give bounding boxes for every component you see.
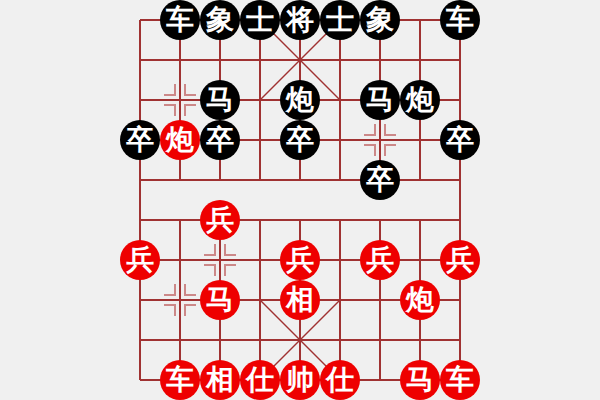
piece-black-cannon[interactable]: 炮	[280, 80, 320, 120]
intersection-c0-r0[interactable]	[120, 0, 160, 40]
intersection-c2-r9[interactable]: 相	[200, 360, 240, 400]
intersection-c3-r2[interactable]	[240, 80, 280, 120]
piece-black-soldier[interactable]: 卒	[280, 120, 320, 160]
intersection-c2-r0[interactable]: 象	[200, 0, 240, 40]
intersection-c4-r6[interactable]: 兵	[280, 240, 320, 280]
intersection-c7-r6[interactable]	[400, 240, 440, 280]
intersection-c2-r8[interactable]	[200, 320, 240, 360]
intersection-c5-r3[interactable]	[320, 120, 360, 160]
intersection-c8-r4[interactable]	[440, 160, 480, 200]
piece-red-horse[interactable]: 马	[200, 280, 240, 320]
intersection-c4-r4[interactable]	[280, 160, 320, 200]
xiangqi-board: 车象士将士象车马炮马炮卒炮卒卒卒卒兵兵兵兵兵马相炮车相仕帅仕马车	[0, 0, 600, 400]
point-marker-corner	[364, 144, 376, 156]
intersection-c6-r6[interactable]: 兵	[360, 240, 400, 280]
intersection-c5-r0[interactable]: 士	[320, 0, 360, 40]
piece-red-general[interactable]: 帅	[280, 360, 320, 400]
piece-red-cannon[interactable]: 炮	[160, 120, 200, 160]
intersection-c1-r0[interactable]: 车	[160, 0, 200, 40]
intersection-c2-r2[interactable]: 马	[200, 80, 240, 120]
piece-black-soldier[interactable]: 卒	[440, 120, 480, 160]
point-marker-corner	[184, 284, 196, 296]
intersection-c0-r2[interactable]	[120, 80, 160, 120]
intersection-c4-r0[interactable]: 将	[280, 0, 320, 40]
intersection-c6-r7[interactable]	[360, 280, 400, 320]
intersection-c7-r2[interactable]: 炮	[400, 80, 440, 120]
piece-black-elephant[interactable]: 象	[200, 0, 240, 40]
intersection-c8-r7[interactable]	[440, 280, 480, 320]
intersection-c4-r3[interactable]: 卒	[280, 120, 320, 160]
intersection-c0-r8[interactable]	[120, 320, 160, 360]
point-marker-corner	[164, 104, 176, 116]
piece-black-horse[interactable]: 马	[200, 80, 240, 120]
point-marker	[164, 284, 196, 316]
point-marker-corner	[184, 104, 196, 116]
piece-black-advisor[interactable]: 士	[320, 0, 360, 40]
intersection-c7-r9[interactable]: 马	[400, 360, 440, 400]
point-marker-corner	[224, 244, 236, 256]
piece-red-cannon[interactable]: 炮	[400, 280, 440, 320]
piece-black-soldier[interactable]: 卒	[360, 160, 400, 200]
intersection-c6-r1[interactable]	[360, 40, 400, 80]
intersection-c2-r4[interactable]	[200, 160, 240, 200]
intersection-c3-r9[interactable]: 仕	[240, 360, 280, 400]
point-marker	[164, 84, 196, 116]
intersection-c2-r5[interactable]: 兵	[200, 200, 240, 240]
piece-red-chariot[interactable]: 车	[160, 360, 200, 400]
intersection-c1-r9[interactable]: 车	[160, 360, 200, 400]
piece-red-chariot[interactable]: 车	[440, 360, 480, 400]
intersection-c7-r5[interactable]	[400, 200, 440, 240]
intersection-c5-r8[interactable]	[320, 320, 360, 360]
intersection-c1-r8[interactable]	[160, 320, 200, 360]
piece-red-horse[interactable]: 马	[400, 360, 440, 400]
intersection-c3-r1[interactable]	[240, 40, 280, 80]
piece-red-soldier[interactable]: 兵	[440, 240, 480, 280]
intersection-c7-r0[interactable]	[400, 0, 440, 40]
point-marker-corner	[184, 304, 196, 316]
intersection-c4-r8[interactable]	[280, 320, 320, 360]
intersection-c5-r4[interactable]	[320, 160, 360, 200]
intersection-c4-r5[interactable]	[280, 200, 320, 240]
point-marker-corner	[384, 144, 396, 156]
intersection-c7-r8[interactable]	[400, 320, 440, 360]
intersection-c2-r3[interactable]: 卒	[200, 120, 240, 160]
piece-red-soldier[interactable]: 兵	[120, 240, 160, 280]
intersection-c1-r7[interactable]	[160, 280, 200, 320]
intersection-c1-r5[interactable]	[160, 200, 200, 240]
intersection-c6-r2[interactable]: 马	[360, 80, 400, 120]
piece-black-elephant[interactable]: 象	[360, 0, 400, 40]
intersection-c7-r1[interactable]	[400, 40, 440, 80]
intersection-c0-r9[interactable]	[120, 360, 160, 400]
piece-red-advisor[interactable]: 仕	[240, 360, 280, 400]
piece-black-soldier[interactable]: 卒	[120, 120, 160, 160]
intersection-c6-r4[interactable]: 卒	[360, 160, 400, 200]
intersection-c3-r6[interactable]	[240, 240, 280, 280]
point-marker-corner	[364, 124, 376, 136]
intersection-c6-r0[interactable]: 象	[360, 0, 400, 40]
piece-red-soldier[interactable]: 兵	[280, 240, 320, 280]
point-marker-corner	[184, 84, 196, 96]
intersection-c8-r1[interactable]	[440, 40, 480, 80]
point-marker-corner	[164, 304, 176, 316]
point-marker-corner	[204, 264, 216, 276]
intersection-c0-r4[interactable]	[120, 160, 160, 200]
board-grid: 车象士将士象车马炮马炮卒炮卒卒卒卒兵兵兵兵兵马相炮车相仕帅仕马车	[120, 0, 480, 400]
piece-black-advisor[interactable]: 士	[240, 0, 280, 40]
intersection-c6-r5[interactable]	[360, 200, 400, 240]
point-marker	[204, 244, 236, 276]
intersection-c7-r7[interactable]: 炮	[400, 280, 440, 320]
intersection-c8-r9[interactable]: 车	[440, 360, 480, 400]
intersection-c4-r1[interactable]	[280, 40, 320, 80]
piece-black-chariot[interactable]: 车	[440, 0, 480, 40]
piece-black-general[interactable]: 将	[280, 0, 320, 40]
intersection-c2-r1[interactable]	[200, 40, 240, 80]
intersection-c1-r2[interactable]	[160, 80, 200, 120]
intersection-c0-r5[interactable]	[120, 200, 160, 240]
intersection-c3-r5[interactable]	[240, 200, 280, 240]
piece-black-chariot[interactable]: 车	[160, 0, 200, 40]
intersection-c5-r6[interactable]	[320, 240, 360, 280]
intersection-c5-r7[interactable]	[320, 280, 360, 320]
point-marker-corner	[164, 84, 176, 96]
intersection-c6-r8[interactable]	[360, 320, 400, 360]
intersection-c8-r6[interactable]: 兵	[440, 240, 480, 280]
intersection-c2-r6[interactable]	[200, 240, 240, 280]
point-marker-corner	[204, 244, 216, 256]
intersection-c4-r7[interactable]: 相	[280, 280, 320, 320]
intersection-c5-r9[interactable]: 仕	[320, 360, 360, 400]
intersection-c3-r4[interactable]	[240, 160, 280, 200]
point-marker-corner	[224, 264, 236, 276]
intersection-c1-r1[interactable]	[160, 40, 200, 80]
intersection-c6-r9[interactable]	[360, 360, 400, 400]
point-marker	[364, 124, 396, 156]
intersection-c0-r1[interactable]	[120, 40, 160, 80]
intersection-c5-r5[interactable]	[320, 200, 360, 240]
intersection-c7-r4[interactable]	[400, 160, 440, 200]
point-marker-corner	[384, 124, 396, 136]
intersection-c7-r3[interactable]	[400, 120, 440, 160]
piece-red-soldier[interactable]: 兵	[360, 240, 400, 280]
intersection-c3-r7[interactable]	[240, 280, 280, 320]
intersection-c8-r5[interactable]	[440, 200, 480, 240]
intersection-c0-r6[interactable]: 兵	[120, 240, 160, 280]
intersection-c3-r0[interactable]: 士	[240, 0, 280, 40]
intersection-c4-r2[interactable]: 炮	[280, 80, 320, 120]
intersection-c3-r3[interactable]	[240, 120, 280, 160]
piece-red-elephant[interactable]: 相	[280, 280, 320, 320]
intersection-c5-r2[interactable]	[320, 80, 360, 120]
intersection-c1-r4[interactable]	[160, 160, 200, 200]
piece-red-advisor[interactable]: 仕	[320, 360, 360, 400]
intersection-c4-r9[interactable]: 帅	[280, 360, 320, 400]
piece-red-elephant[interactable]: 相	[200, 360, 240, 400]
piece-black-cannon[interactable]: 炮	[400, 80, 440, 120]
intersection-c2-r7[interactable]: 马	[200, 280, 240, 320]
intersection-c1-r6[interactable]	[160, 240, 200, 280]
piece-black-soldier[interactable]: 卒	[200, 120, 240, 160]
intersection-c6-r3[interactable]	[360, 120, 400, 160]
intersection-c3-r8[interactable]	[240, 320, 280, 360]
intersection-c8-r3[interactable]: 卒	[440, 120, 480, 160]
intersection-c0-r7[interactable]	[120, 280, 160, 320]
piece-black-horse[interactable]: 马	[360, 80, 400, 120]
piece-red-soldier[interactable]: 兵	[200, 200, 240, 240]
intersection-c1-r3[interactable]: 炮	[160, 120, 200, 160]
intersection-c5-r1[interactable]	[320, 40, 360, 80]
point-marker-corner	[164, 284, 176, 296]
intersection-c8-r0[interactable]: 车	[440, 0, 480, 40]
intersection-c0-r3[interactable]: 卒	[120, 120, 160, 160]
intersection-c8-r2[interactable]	[440, 80, 480, 120]
intersection-c8-r8[interactable]	[440, 320, 480, 360]
